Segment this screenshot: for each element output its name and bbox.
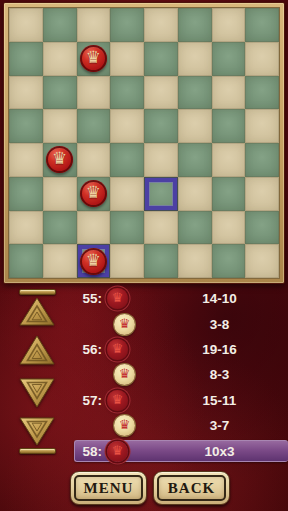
king-crown-icon: ♛ — [86, 184, 101, 201]
board-square-r1c1[interactable] — [43, 42, 77, 76]
move-text: 19-16 — [137, 342, 288, 357]
move-row-3[interactable]: 56:♛19-16 — [60, 337, 288, 362]
board-square-r7c3[interactable] — [110, 244, 144, 278]
board-square-r0c7[interactable] — [245, 8, 279, 42]
board-square-r6c1[interactable] — [43, 211, 77, 245]
board-square-r7c1[interactable] — [43, 244, 77, 278]
board-square-r0c1[interactable] — [43, 8, 77, 42]
board-square-r4c7[interactable] — [245, 143, 279, 177]
board-square-r3c7[interactable] — [245, 109, 279, 143]
board-square-r3c5[interactable] — [178, 109, 212, 143]
board-square-r0c5[interactable] — [178, 8, 212, 42]
red-king-icon: ♛ — [107, 441, 128, 462]
white-king-icon: ♛ — [114, 314, 135, 335]
next-move-button[interactable] — [17, 378, 57, 408]
board-square-r4c5[interactable] — [178, 143, 212, 177]
board-square-r6c5[interactable] — [178, 211, 212, 245]
menu-button[interactable]: MENU — [70, 471, 147, 505]
board-square-r0c4[interactable] — [144, 8, 178, 42]
white-king-icon: ♛ — [114, 415, 135, 436]
board-square-r2c2[interactable] — [77, 76, 111, 110]
back-button[interactable]: BACK — [153, 471, 230, 505]
board-square-r4c2[interactable] — [77, 143, 111, 177]
board-square-r3c3[interactable] — [110, 109, 144, 143]
king-crown-icon: ♛ — [52, 150, 67, 167]
move-piece-cell: ♛ — [105, 441, 137, 462]
board-square-r2c4[interactable] — [144, 76, 178, 110]
board-square-r3c0[interactable] — [9, 109, 43, 143]
king-crown-icon: ♛ — [119, 418, 131, 431]
board-square-r5c5[interactable] — [178, 177, 212, 211]
board-square-r6c4[interactable] — [144, 211, 178, 245]
board-square-r1c4[interactable] — [144, 42, 178, 76]
move-text: 8-3 — [137, 367, 288, 382]
board-square-r2c5[interactable] — [178, 76, 212, 110]
board-square-r4c3[interactable] — [110, 143, 144, 177]
move-number: 58: — [60, 444, 105, 459]
move-row-1[interactable]: 55:♛14-10 — [60, 286, 288, 311]
move-row-2[interactable]: ♛3-8 — [60, 311, 288, 336]
board-square-r7c2[interactable]: ♛ — [77, 244, 111, 278]
red-king-icon: ♛ — [107, 339, 128, 360]
board-square-r7c6[interactable] — [212, 244, 246, 278]
board-square-r5c0[interactable] — [9, 177, 43, 211]
board-square-r4c0[interactable] — [9, 143, 43, 177]
board-square-r2c1[interactable] — [43, 76, 77, 110]
board-square-r0c6[interactable] — [212, 8, 246, 42]
board-square-r6c2[interactable] — [77, 211, 111, 245]
board-square-r7c0[interactable] — [9, 244, 43, 278]
board-square-r4c6[interactable] — [212, 143, 246, 177]
move-row-6[interactable]: ♛3-7 — [60, 413, 288, 438]
checkers-board: ♛♛♛♛ — [8, 7, 280, 279]
board-square-r4c4[interactable] — [144, 143, 178, 177]
board-square-r0c3[interactable] — [110, 8, 144, 42]
board-square-r0c2[interactable] — [77, 8, 111, 42]
board-square-r2c7[interactable] — [245, 76, 279, 110]
red-king-piece[interactable]: ♛ — [80, 248, 107, 275]
move-piece-cell: ♛ — [105, 339, 137, 360]
board-square-r2c0[interactable] — [9, 76, 43, 110]
first-move-button[interactable] — [17, 289, 57, 326]
king-crown-icon: ♛ — [86, 252, 101, 269]
move-number: 55: — [60, 291, 105, 306]
board-square-r7c5[interactable] — [178, 244, 212, 278]
board-square-r7c7[interactable] — [245, 244, 279, 278]
move-text: 15-11 — [137, 393, 288, 408]
menu-button-label: MENU — [84, 480, 134, 497]
move-number: 57: — [60, 393, 105, 408]
move-text: 3-8 — [137, 317, 288, 332]
move-text: 14-10 — [137, 291, 288, 306]
move-row-7[interactable]: 58:♛10x3 — [60, 439, 288, 464]
move-text: 3-7 — [137, 418, 288, 433]
move-piece-cell: ♛ — [105, 288, 137, 309]
move-piece-cell: ♛ — [105, 364, 137, 385]
board-square-r5c4[interactable] — [144, 177, 178, 211]
board-square-r4c1[interactable]: ♛ — [43, 143, 77, 177]
move-list: 55:♛14-10♛3-856:♛19-16♛8-357:♛15-11♛3-75… — [60, 286, 288, 464]
last-move-button[interactable] — [17, 417, 57, 454]
last-move-from-highlight — [145, 178, 177, 210]
board-square-r2c3[interactable] — [110, 76, 144, 110]
white-king-icon: ♛ — [114, 364, 135, 385]
red-king-piece[interactable]: ♛ — [80, 45, 107, 72]
board-square-r1c6[interactable] — [212, 42, 246, 76]
move-row-4[interactable]: ♛8-3 — [60, 362, 288, 387]
triangle-down-icon — [19, 378, 55, 408]
triangle-up-icon — [19, 297, 55, 326]
board-square-r5c1[interactable] — [43, 177, 77, 211]
triangle-down-icon — [19, 417, 55, 446]
board-square-r1c0[interactable] — [9, 42, 43, 76]
move-row-5[interactable]: 57:♛15-11 — [60, 388, 288, 413]
king-crown-icon: ♛ — [112, 444, 124, 457]
menu-button-inner: MENU — [74, 475, 143, 501]
king-crown-icon: ♛ — [119, 317, 131, 330]
board-square-r5c2[interactable]: ♛ — [77, 177, 111, 211]
move-piece-cell: ♛ — [105, 415, 137, 436]
board-square-r0c0[interactable] — [9, 8, 43, 42]
board-square-r3c6[interactable] — [212, 109, 246, 143]
back-button-inner: BACK — [157, 475, 226, 501]
skip-start-bar-icon — [19, 289, 56, 295]
board-square-r5c7[interactable] — [245, 177, 279, 211]
board-square-r6c0[interactable] — [9, 211, 43, 245]
board-square-r5c3[interactable] — [110, 177, 144, 211]
board-square-r1c3[interactable] — [110, 42, 144, 76]
move-text: 10x3 — [137, 444, 288, 459]
king-crown-icon: ♛ — [119, 367, 131, 380]
board-square-r3c1[interactable] — [43, 109, 77, 143]
king-crown-icon: ♛ — [112, 291, 124, 304]
checkers-game-screen: ♛♛♛♛ 55:♛14-10♛3-856:♛19-16♛8-35 — [0, 0, 288, 511]
triangle-up-icon — [19, 335, 55, 365]
checkers-board-frame: ♛♛♛♛ — [3, 2, 285, 284]
board-square-r3c2[interactable] — [77, 109, 111, 143]
move-piece-cell: ♛ — [105, 314, 137, 335]
board-square-r1c2[interactable]: ♛ — [77, 42, 111, 76]
board-square-r7c4[interactable] — [144, 244, 178, 278]
red-king-piece[interactable]: ♛ — [80, 180, 107, 207]
previous-move-button[interactable] — [17, 335, 57, 365]
skip-end-bar-icon — [19, 448, 56, 454]
move-number: 56: — [60, 342, 105, 357]
board-square-r1c7[interactable] — [245, 42, 279, 76]
red-king-piece[interactable]: ♛ — [46, 146, 73, 173]
back-button-label: BACK — [168, 480, 215, 497]
move-piece-cell: ♛ — [105, 390, 137, 411]
king-crown-icon: ♛ — [86, 49, 101, 66]
board-square-r6c7[interactable] — [245, 211, 279, 245]
board-square-r6c6[interactable] — [212, 211, 246, 245]
board-square-r2c6[interactable] — [212, 76, 246, 110]
red-king-icon: ♛ — [107, 390, 128, 411]
red-king-icon: ♛ — [107, 288, 128, 309]
board-square-r6c3[interactable] — [110, 211, 144, 245]
king-crown-icon: ♛ — [112, 342, 124, 355]
board-square-r1c5[interactable] — [178, 42, 212, 76]
king-crown-icon: ♛ — [112, 393, 124, 406]
board-square-r3c4[interactable] — [144, 109, 178, 143]
board-square-r5c6[interactable] — [212, 177, 246, 211]
